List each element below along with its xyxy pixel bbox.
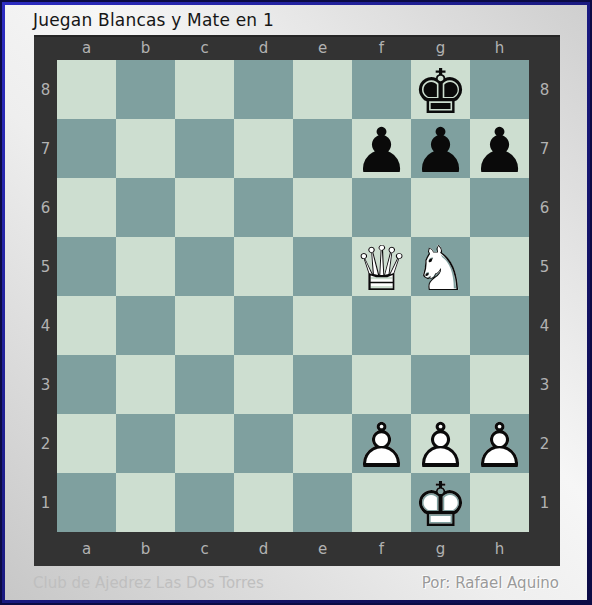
piece-black-pawn: ♟ xyxy=(411,121,470,180)
piece-white-pawn: ♙ xyxy=(352,416,411,475)
square-d5[interactable] xyxy=(234,237,293,296)
rank-label-2: 2 xyxy=(34,414,57,473)
square-h8[interactable] xyxy=(470,60,529,119)
file-label-g: g xyxy=(411,532,470,566)
square-h4[interactable] xyxy=(470,296,529,355)
square-b5[interactable] xyxy=(116,237,175,296)
square-d8[interactable] xyxy=(234,60,293,119)
square-a4[interactable] xyxy=(57,296,116,355)
square-a8[interactable] xyxy=(57,60,116,119)
rank-label-8: 8 xyxy=(34,60,57,119)
rank-label-6: 6 xyxy=(529,178,560,237)
square-a1[interactable] xyxy=(57,473,116,532)
file-labels-bottom: abcdefgh xyxy=(57,532,529,566)
square-d6[interactable] xyxy=(234,178,293,237)
square-h1[interactable] xyxy=(470,473,529,532)
rank-labels-left: 87654321 xyxy=(34,60,57,532)
file-label-d: d xyxy=(234,35,293,60)
rank-label-8: 8 xyxy=(529,60,560,119)
square-f7[interactable]: ♟ xyxy=(352,119,411,178)
rank-label-4: 4 xyxy=(34,296,57,355)
square-g1[interactable]: ♚♔ xyxy=(411,473,470,532)
rank-label-5: 5 xyxy=(529,237,560,296)
rank-label-1: 1 xyxy=(34,473,57,532)
square-e1[interactable] xyxy=(293,473,352,532)
square-h2[interactable]: ♟♙ xyxy=(470,414,529,473)
square-e8[interactable] xyxy=(293,60,352,119)
square-h5[interactable] xyxy=(470,237,529,296)
square-d3[interactable] xyxy=(234,355,293,414)
square-e6[interactable] xyxy=(293,178,352,237)
credit-club: Club de Ajedrez Las Dos Torres xyxy=(33,574,264,592)
rank-label-1: 1 xyxy=(529,473,560,532)
square-b3[interactable] xyxy=(116,355,175,414)
piece-black-pawn: ♟ xyxy=(470,121,529,180)
piece-white-pawn-fill: ♟ xyxy=(352,416,411,475)
square-a6[interactable] xyxy=(57,178,116,237)
square-f8[interactable] xyxy=(352,60,411,119)
file-label-b: b xyxy=(116,532,175,566)
piece-white-king-fill: ♚ xyxy=(411,475,470,534)
square-a2[interactable] xyxy=(57,414,116,473)
square-e2[interactable] xyxy=(293,414,352,473)
square-g3[interactable] xyxy=(411,355,470,414)
square-c3[interactable] xyxy=(175,355,234,414)
rank-label-5: 5 xyxy=(34,237,57,296)
rank-label-3: 3 xyxy=(34,355,57,414)
rank-label-6: 6 xyxy=(34,178,57,237)
file-labels-top: abcdefgh xyxy=(57,35,529,60)
square-d1[interactable] xyxy=(234,473,293,532)
puzzle-title: Juegan Blancas y Mate en 1 xyxy=(33,10,274,30)
square-a3[interactable] xyxy=(57,355,116,414)
file-label-f: f xyxy=(352,532,411,566)
rank-label-7: 7 xyxy=(529,119,560,178)
square-b6[interactable] xyxy=(116,178,175,237)
square-e5[interactable] xyxy=(293,237,352,296)
square-d7[interactable] xyxy=(234,119,293,178)
piece-white-pawn-fill: ♟ xyxy=(411,416,470,475)
square-b7[interactable] xyxy=(116,119,175,178)
square-g5[interactable]: ♞♘ xyxy=(411,237,470,296)
rank-label-7: 7 xyxy=(34,119,57,178)
piece-white-pawn: ♙ xyxy=(411,416,470,475)
square-c1[interactable] xyxy=(175,473,234,532)
piece-white-king: ♔ xyxy=(411,475,470,534)
piece-white-knight: ♘ xyxy=(411,239,470,298)
square-c7[interactable] xyxy=(175,119,234,178)
square-d4[interactable] xyxy=(234,296,293,355)
file-label-g: g xyxy=(411,35,470,60)
credit-author: Por: Rafael Aquino xyxy=(422,574,559,592)
square-c8[interactable] xyxy=(175,60,234,119)
rank-label-4: 4 xyxy=(529,296,560,355)
square-c6[interactable] xyxy=(175,178,234,237)
square-g4[interactable] xyxy=(411,296,470,355)
square-f4[interactable] xyxy=(352,296,411,355)
square-b2[interactable] xyxy=(116,414,175,473)
square-g2[interactable]: ♟♙ xyxy=(411,414,470,473)
piece-white-queen-fill: ♛ xyxy=(352,239,411,298)
square-c4[interactable] xyxy=(175,296,234,355)
board-grid: ♚♟♟♟♛♕♞♘♟♙♟♙♟♙♚♔ xyxy=(57,60,529,532)
square-b4[interactable] xyxy=(116,296,175,355)
square-f3[interactable] xyxy=(352,355,411,414)
square-h6[interactable] xyxy=(470,178,529,237)
square-f2[interactable]: ♟♙ xyxy=(352,414,411,473)
square-e3[interactable] xyxy=(293,355,352,414)
square-g6[interactable] xyxy=(411,178,470,237)
square-g8[interactable]: ♚ xyxy=(411,60,470,119)
piece-white-queen: ♕ xyxy=(352,239,411,298)
file-label-h: h xyxy=(470,532,529,566)
square-c2[interactable] xyxy=(175,414,234,473)
piece-black-pawn: ♟ xyxy=(352,121,411,180)
piece-white-pawn: ♙ xyxy=(470,416,529,475)
square-e7[interactable] xyxy=(293,119,352,178)
file-label-b: b xyxy=(116,35,175,60)
chess-board-frame: abcdefgh 87654321 ♚♟♟♟♛♕♞♘♟♙♟♙♟♙♚♔ 87654… xyxy=(34,35,560,566)
square-c5[interactable] xyxy=(175,237,234,296)
piece-white-knight-fill: ♞ xyxy=(411,239,470,298)
square-e4[interactable] xyxy=(293,296,352,355)
square-h7[interactable]: ♟ xyxy=(470,119,529,178)
piece-white-pawn-fill: ♟ xyxy=(470,416,529,475)
file-label-c: c xyxy=(175,532,234,566)
square-b8[interactable] xyxy=(116,60,175,119)
square-a5[interactable] xyxy=(57,237,116,296)
file-label-a: a xyxy=(57,532,116,566)
square-f1[interactable] xyxy=(352,473,411,532)
piece-black-king: ♚ xyxy=(411,62,470,121)
square-a7[interactable] xyxy=(57,119,116,178)
square-g7[interactable]: ♟ xyxy=(411,119,470,178)
square-f6[interactable] xyxy=(352,178,411,237)
file-label-e: e xyxy=(293,532,352,566)
file-label-c: c xyxy=(175,35,234,60)
file-label-e: e xyxy=(293,35,352,60)
file-label-a: a xyxy=(57,35,116,60)
file-label-d: d xyxy=(234,532,293,566)
puzzle-card: Juegan Blancas y Mate en 1 abcdefgh 8765… xyxy=(0,0,592,605)
square-h3[interactable] xyxy=(470,355,529,414)
file-label-h: h xyxy=(470,35,529,60)
square-d2[interactable] xyxy=(234,414,293,473)
rank-label-3: 3 xyxy=(529,355,560,414)
rank-label-2: 2 xyxy=(529,414,560,473)
rank-labels-right: 87654321 xyxy=(529,60,560,532)
square-f5[interactable]: ♛♕ xyxy=(352,237,411,296)
file-label-f: f xyxy=(352,35,411,60)
square-b1[interactable] xyxy=(116,473,175,532)
